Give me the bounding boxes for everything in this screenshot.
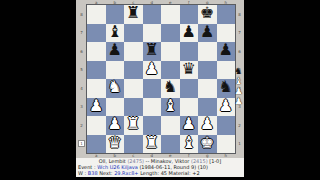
coordinate-label: 7 (235, 24, 244, 43)
square-e5[interactable] (161, 61, 180, 80)
square-e6[interactable] (161, 42, 180, 61)
white-rook: ♜ (126, 116, 140, 132)
black-pawn: ♟ (108, 42, 122, 58)
square-b5[interactable] (106, 61, 125, 80)
square-d2[interactable] (143, 116, 162, 135)
tray-white-bishop: ♝ (234, 77, 242, 86)
square-e8[interactable] (161, 5, 180, 24)
letterbox-right (244, 0, 320, 180)
captured-material-tray: ♞♝♟♟ (233, 67, 244, 106)
square-c1[interactable] (124, 135, 143, 154)
white-king: ♚ (200, 135, 214, 151)
coordinate-label: 6 (235, 42, 244, 61)
square-d7[interactable] (143, 24, 162, 43)
square-g7[interactable]: ♟ (198, 24, 217, 43)
black-knight: ♞ (163, 79, 177, 95)
white-pawn: ♟ (182, 116, 196, 132)
square-b2[interactable]: ♟ (106, 116, 125, 135)
square-b1[interactable]: ♛ (106, 135, 125, 154)
coordinate-label: 4 (76, 79, 87, 98)
square-h2[interactable] (217, 116, 236, 135)
coordinate-label: 8 (235, 5, 244, 24)
white-rook: ♜ (145, 135, 159, 151)
coordinate-label: 5 (76, 61, 87, 80)
coordinate-label: 2 (76, 116, 87, 135)
tray-black-knight: ♞ (234, 67, 242, 76)
rank-labels-left: 87654321 (76, 5, 87, 153)
text-run: Material: +2 (167, 170, 200, 176)
white-knight: ♞ (108, 79, 122, 95)
text-run: Next: (98, 170, 115, 176)
white-queen: ♛ (108, 135, 122, 151)
coordinate-label: 3 (76, 98, 87, 117)
square-g6[interactable] (198, 42, 217, 61)
square-c3[interactable] (124, 98, 143, 117)
square-d6[interactable]: ♜ (143, 42, 162, 61)
black-rook: ♜ (126, 5, 140, 21)
text-run: [1-0] (208, 158, 222, 164)
square-f7[interactable]: ♟ (180, 24, 199, 43)
square-b6[interactable]: ♟ (106, 42, 125, 61)
text-run: W : (78, 170, 88, 176)
coordinate-label: 7 (76, 24, 87, 43)
square-c5[interactable] (124, 61, 143, 80)
coordinate-label: 1 (235, 135, 244, 154)
square-e2[interactable] (161, 116, 180, 135)
stats-line: W : B38 Next: 29.Rxc8+ Length: 45 Materi… (76, 170, 244, 176)
text-run: 29.Rxc8+ (114, 170, 138, 176)
square-d3[interactable] (143, 98, 162, 117)
square-g5[interactable] (198, 61, 217, 80)
text-run: B38 (88, 170, 98, 176)
square-h1[interactable] (217, 135, 236, 154)
square-h6[interactable]: ♟ (217, 42, 236, 61)
square-d4[interactable] (143, 79, 162, 98)
square-d1[interactable]: ♜ (143, 135, 162, 154)
letterbox-left (0, 0, 76, 180)
square-b8[interactable] (106, 5, 125, 24)
tray-white-pawn: ♟ (234, 87, 242, 96)
tray-white-pawn: ♟ (234, 97, 242, 106)
square-a5[interactable] (87, 61, 106, 80)
square-a3[interactable]: ♟ (87, 98, 106, 117)
white-pawn: ♟ (89, 98, 103, 114)
black-king: ♚ (200, 5, 214, 21)
square-f3[interactable] (180, 98, 199, 117)
square-c7[interactable] (124, 24, 143, 43)
square-g8[interactable]: ♚ (198, 5, 217, 24)
square-e4[interactable]: ♞ (161, 79, 180, 98)
square-c2[interactable]: ♜ (124, 116, 143, 135)
black-bishop: ♝ (108, 24, 122, 40)
white-pawn: ♟ (219, 98, 233, 114)
square-a4[interactable] (87, 79, 106, 98)
square-c8[interactable]: ♜ (124, 5, 143, 24)
square-h8[interactable] (217, 5, 236, 24)
white-pawn: ♟ (200, 116, 214, 132)
text-run: Length: 45 (139, 170, 167, 176)
game-info-panel: Oll, Lembit (2475) -- Minakov, Viktor (2… (76, 158, 244, 177)
coordinate-label: 6 (76, 42, 87, 61)
chess-app: abcdefgh abcdefgh 87654321 87654321 ♜♚♝♟… (76, 0, 244, 180)
chess-board[interactable]: ♜♚♝♟♟♟♜♟♟♛♞♞♞♟♝♟♟♜♟♟♛♜♝♚ (87, 5, 235, 153)
white-bishop: ♝ (182, 135, 196, 151)
black-rook: ♜ (145, 42, 159, 58)
square-a1[interactable] (87, 135, 106, 154)
square-a7[interactable] (87, 24, 106, 43)
square-f5[interactable]: ♛ (180, 61, 199, 80)
board-frame: abcdefgh abcdefgh 87654321 87654321 ♜♚♝♟… (76, 0, 244, 158)
black-pawn: ♟ (200, 24, 214, 40)
square-f8[interactable] (180, 5, 199, 24)
square-f4[interactable] (180, 79, 199, 98)
square-g1[interactable]: ♚ (198, 135, 217, 154)
square-a8[interactable] (87, 5, 106, 24)
coordinate-label: 2 (235, 116, 244, 135)
square-b4[interactable]: ♞ (106, 79, 125, 98)
square-g2[interactable]: ♟ (198, 116, 217, 135)
square-e7[interactable] (161, 24, 180, 43)
video-frame: abcdefgh abcdefgh 87654321 87654321 ♜♚♝♟… (0, 0, 320, 180)
square-h7[interactable] (217, 24, 236, 43)
black-pawn: ♟ (182, 24, 196, 40)
square-e1[interactable] (161, 135, 180, 154)
square-b3[interactable] (106, 98, 125, 117)
square-c6[interactable] (124, 42, 143, 61)
black-pawn: ♟ (219, 42, 233, 58)
square-b7[interactable]: ♝ (106, 24, 125, 43)
square-d5[interactable]: ♟ (143, 61, 162, 80)
square-a6[interactable] (87, 42, 106, 61)
white-bishop: ♝ (163, 98, 177, 114)
coordinate-label: 1 (76, 135, 87, 154)
square-e3[interactable]: ♝ (161, 98, 180, 117)
black-knight: ♞ (219, 79, 233, 95)
square-f1[interactable]: ♝ (180, 135, 199, 154)
white-pawn: ♟ (145, 61, 159, 77)
square-g4[interactable] (198, 79, 217, 98)
white-pawn: ♟ (108, 116, 122, 132)
square-g3[interactable] (198, 98, 217, 117)
square-f6[interactable] (180, 42, 199, 61)
square-c4[interactable] (124, 79, 143, 98)
square-a2[interactable] (87, 116, 106, 135)
square-d8[interactable] (143, 5, 162, 24)
black-queen: ♛ (182, 61, 196, 77)
square-f2[interactable]: ♟ (180, 116, 199, 135)
coordinate-label: 8 (76, 5, 87, 24)
